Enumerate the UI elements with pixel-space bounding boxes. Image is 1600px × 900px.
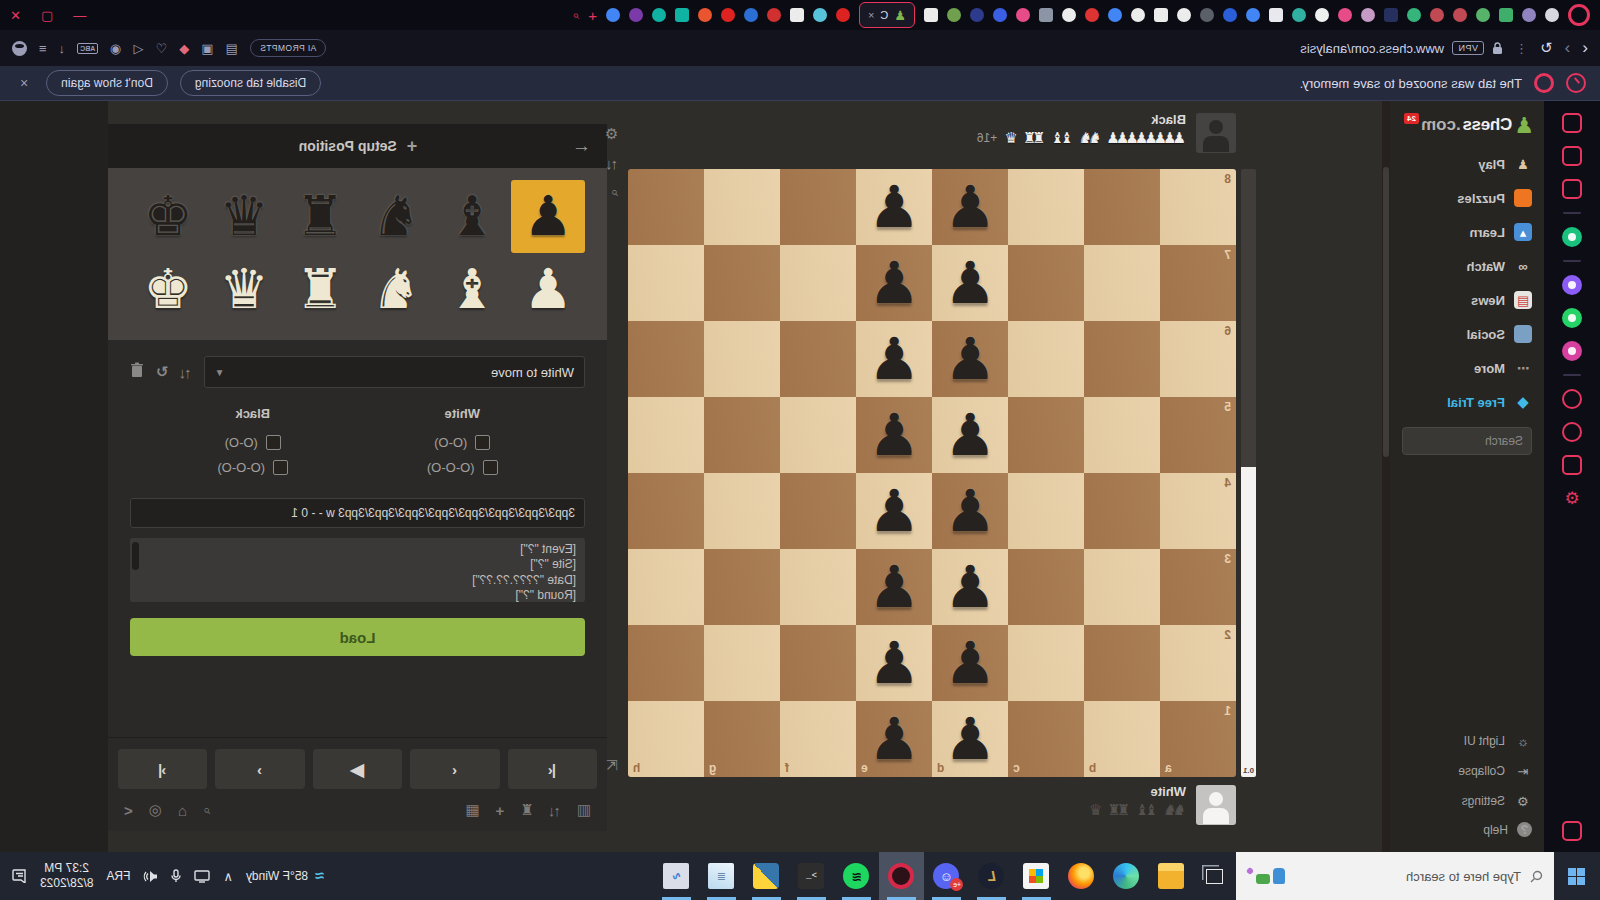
- tab-favicon[interactable]: [1246, 8, 1260, 22]
- taskbar-app-league-app[interactable]: L: [969, 852, 1014, 900]
- tab-favicon[interactable]: [1200, 8, 1214, 22]
- forward-button[interactable]: ›: [215, 749, 304, 789]
- tab-favicon[interactable]: [947, 8, 961, 22]
- free-trial-label: Free Trial: [1447, 395, 1505, 410]
- square-g4[interactable]: [704, 473, 780, 549]
- white-player-row: White ♞♞♝♝♜♜♛: [1084, 785, 1236, 825]
- weather-icon: ≈: [315, 867, 324, 885]
- reload-icon[interactable]: ↻: [1540, 39, 1553, 57]
- square-f1[interactable]: f: [780, 701, 856, 777]
- player-icon[interactable]: [1562, 389, 1582, 409]
- site-menu-icon[interactable]: ⋮: [1515, 41, 1528, 56]
- start-button[interactable]: [1554, 852, 1600, 900]
- square-f2[interactable]: [780, 625, 856, 701]
- back-icon[interactable]: ‹: [1582, 38, 1588, 58]
- eval-white-fill: [1241, 467, 1256, 777]
- white-queenside-checkbox[interactable]: [483, 460, 498, 475]
- gear-icon: ⚙: [1514, 792, 1532, 810]
- sidebar-item-label: Learn: [1470, 225, 1505, 240]
- palette-black-q[interactable]: ♛: [207, 180, 281, 253]
- chevron-down-icon: ▼: [215, 367, 225, 378]
- square-b1[interactable]: b: [1084, 701, 1160, 777]
- display-icon[interactable]: [194, 870, 210, 883]
- sidebar-footer-label: Collapse: [1458, 764, 1505, 778]
- swap-lines-icon[interactable]: ↑↓: [550, 802, 561, 819]
- black-pawn[interactable]: ♟: [944, 634, 996, 692]
- square-e5[interactable]: ♟: [856, 397, 932, 473]
- tray-time: 2:37 PM: [40, 861, 93, 876]
- rank-label: 4: [1224, 476, 1231, 490]
- taskbar-app-edge[interactable]: [1104, 852, 1149, 900]
- captured-knights: ♞♞: [1083, 129, 1102, 147]
- black-pawn[interactable]: ♟: [868, 254, 920, 312]
- ellipsis-icon: ⋯: [1514, 359, 1532, 377]
- square-d2[interactable]: ♟: [932, 625, 1008, 701]
- black-pawn[interactable]: ♟: [868, 634, 920, 692]
- square-h3[interactable]: [628, 549, 704, 625]
- square-g5[interactable]: [704, 397, 780, 473]
- twitch-icon[interactable]: [1562, 146, 1582, 166]
- black-pawn[interactable]: ♟: [868, 558, 920, 616]
- square-h5[interactable]: [628, 397, 704, 473]
- eye-icon[interactable]: ◉: [110, 41, 121, 56]
- tab-favicon[interactable]: [993, 8, 1007, 22]
- action-center-icon[interactable]: [12, 869, 27, 883]
- tab-favicon[interactable]: [1476, 8, 1490, 22]
- tab-favicon[interactable]: [1062, 8, 1076, 22]
- square-b6[interactable]: [1084, 321, 1160, 397]
- taskbar-app-file-explorer[interactable]: [1149, 852, 1194, 900]
- clock[interactable]: 2:37 PM 8/28/2023: [40, 861, 93, 891]
- file-label: d: [937, 761, 944, 775]
- openings-icon[interactable]: ⌂: [178, 802, 187, 819]
- square-a3[interactable]: 3: [1160, 549, 1236, 625]
- lock-icon: [1492, 42, 1503, 55]
- back-button[interactable]: ‹: [410, 749, 499, 789]
- edge-icon: [1114, 863, 1140, 889]
- black-pawn[interactable]: ♟: [944, 406, 996, 464]
- square-c4[interactable]: [1008, 473, 1084, 549]
- vpn-badge[interactable]: VPN: [1452, 41, 1484, 55]
- square-f5[interactable]: [780, 397, 856, 473]
- square-d3[interactable]: ♟: [932, 549, 1008, 625]
- chesscom-sidebar: ♟ Chess.com 24 ♟PlayPuzzles▴Learn∞Watch▤…: [1390, 101, 1544, 853]
- sidebar-setup-icon[interactable]: ≡: [39, 41, 47, 56]
- new-tab-icon[interactable]: +: [588, 7, 597, 24]
- square-b8[interactable]: [1084, 169, 1160, 245]
- black-pawn[interactable]: ♟: [944, 558, 996, 616]
- tab-favicon[interactable]: [629, 8, 643, 22]
- snapshot-icon[interactable]: [1562, 821, 1582, 841]
- tab-favicon[interactable]: [790, 8, 804, 22]
- discord-icon: ☺+e: [934, 863, 960, 889]
- sidebar-item-watch[interactable]: ∞Watch: [1390, 249, 1544, 283]
- back-arrow-icon[interactable]: ←: [572, 135, 591, 157]
- square-c5[interactable]: [1008, 397, 1084, 473]
- share-icon[interactable]: <: [124, 802, 133, 819]
- shield-icon[interactable]: ◆: [179, 41, 189, 56]
- task-view-button[interactable]: [1194, 852, 1236, 900]
- flip-board-icon[interactable]: ↑↓: [605, 155, 618, 172]
- fen-input[interactable]: 3pp3/3pp3/3pp3/3pp3/3pp3/3pp3/3pp3/3pp3 …: [130, 498, 585, 528]
- aria-icon[interactable]: [1562, 179, 1582, 199]
- plus-icon[interactable]: +: [407, 136, 418, 157]
- tab-favicon[interactable]: [836, 8, 850, 22]
- send-icon[interactable]: ◁: [134, 41, 144, 56]
- square-d5[interactable]: ♟: [932, 397, 1008, 473]
- tab-favicon[interactable]: [813, 8, 827, 22]
- opera-menu-icon[interactable]: [1568, 4, 1590, 26]
- grad-cap-icon: ▴: [1514, 223, 1532, 241]
- file-label: b: [1089, 761, 1096, 775]
- taskbar-app-system-monitor[interactable]: ∿: [654, 852, 699, 900]
- square-d4[interactable]: ♟: [932, 473, 1008, 549]
- palette-white-b[interactable]: ♝: [435, 253, 509, 326]
- square-c1[interactable]: c: [1008, 701, 1084, 777]
- sidebar-item-learn[interactable]: ▴Learn: [1390, 215, 1544, 249]
- file-explorer-icon: [1159, 863, 1185, 889]
- taskbar-app-terminal[interactable]: >_: [789, 852, 834, 900]
- palette-black-r[interactable]: ♜: [283, 180, 357, 253]
- tab-favicon[interactable]: [1453, 8, 1467, 22]
- search-daily-graphic: [1247, 868, 1285, 884]
- white-avatar[interactable]: [1196, 785, 1236, 825]
- tab-favicon[interactable]: [924, 8, 938, 22]
- square-b4[interactable]: [1084, 473, 1160, 549]
- history-icon[interactable]: [1562, 422, 1582, 442]
- sidebar-item-social[interactable]: Social: [1390, 317, 1544, 351]
- square-c2[interactable]: [1008, 625, 1084, 701]
- download-icon[interactable]: ↓: [59, 41, 66, 56]
- palette-piece-glyph: ♟: [523, 189, 572, 244]
- tab-favicon[interactable]: [606, 8, 620, 22]
- weather-widget[interactable]: ≈ 85°F Windy: [246, 867, 324, 885]
- white-kingside-label: (O-O): [434, 435, 467, 450]
- tab-favicon[interactable]: [721, 8, 735, 22]
- square-b5[interactable]: [1084, 397, 1160, 473]
- load-button[interactable]: Load: [130, 618, 585, 656]
- gx-corner-icon[interactable]: [1562, 113, 1582, 133]
- square-a6[interactable]: 6: [1160, 321, 1236, 397]
- camera-icon[interactable]: ▣: [201, 41, 213, 56]
- taskbar-app-spotify[interactable]: ≋: [834, 852, 879, 900]
- square-h2[interactable]: [628, 625, 704, 701]
- square-a8[interactable]: 8: [1160, 169, 1236, 245]
- minimize-icon[interactable]: —: [73, 8, 86, 23]
- black-pawn[interactable]: ♟: [944, 330, 996, 388]
- magnifier-icon[interactable]: ⌕: [203, 802, 210, 818]
- puzzle-icon: [1514, 189, 1532, 207]
- heart-icon[interactable]: ♡: [156, 41, 168, 56]
- square-e3[interactable]: ♟: [856, 549, 932, 625]
- tab-favicon[interactable]: [1315, 8, 1329, 22]
- settings-icon[interactable]: ⚙: [1562, 488, 1582, 508]
- active-tab[interactable]: ♟ C ×: [859, 2, 915, 28]
- pgn-scrollbar[interactable]: [132, 542, 139, 570]
- turn-select[interactable]: White to move ▼: [204, 356, 585, 388]
- square-c6[interactable]: [1008, 321, 1084, 397]
- black-pawn[interactable]: ♟: [944, 254, 996, 312]
- tab-favicon[interactable]: [1154, 8, 1168, 22]
- square-e2[interactable]: ♟: [856, 625, 932, 701]
- black-avatar[interactable]: [1196, 113, 1236, 153]
- instagram-icon[interactable]: [1562, 341, 1582, 361]
- messenger-icon[interactable]: [1562, 275, 1582, 295]
- people-icon: [1514, 325, 1532, 343]
- square-c3[interactable]: [1008, 549, 1084, 625]
- snooze-notification-bar: The tab was snoozed to save memory. Disa…: [0, 66, 1600, 101]
- palette-piece-glyph: ♝: [447, 189, 496, 244]
- spotify-icon: ≋: [844, 863, 870, 889]
- tab-favicon[interactable]: [1407, 8, 1421, 22]
- square-d8[interactable]: ♟: [932, 169, 1008, 245]
- sidebar-footer-settings[interactable]: ⚙Settings: [1390, 786, 1544, 816]
- eval-score: 0.1: [1241, 766, 1256, 775]
- tab-favicon[interactable]: [698, 8, 712, 22]
- file-label: f: [785, 761, 789, 775]
- extensions-icon[interactable]: [1562, 455, 1582, 475]
- microphone-icon[interactable]: [171, 869, 181, 883]
- taskbar-search[interactable]: Type here to search: [1236, 852, 1554, 900]
- square-g3[interactable]: [704, 549, 780, 625]
- league-app-icon: L: [979, 863, 1005, 889]
- rail-divider: [1563, 260, 1581, 262]
- sidebar-footer-collapse[interactable]: ⇤Collapse: [1390, 756, 1544, 786]
- zoom-icon[interactable]: ⌕: [605, 184, 618, 200]
- evaluation-bar: 0.1: [1241, 169, 1256, 777]
- square-a1[interactable]: 1a: [1160, 701, 1236, 777]
- palette-white-n[interactable]: ♞: [359, 253, 433, 326]
- tab-favicon[interactable]: [970, 8, 984, 22]
- square-b7[interactable]: [1084, 245, 1160, 321]
- square-a2[interactable]: 2: [1160, 625, 1236, 701]
- square-f7[interactable]: [780, 245, 856, 321]
- tab-favicon[interactable]: [1430, 8, 1444, 22]
- sidebar-footer-light-ui[interactable]: ☼Light UI: [1390, 726, 1544, 756]
- tab-favicon[interactable]: [1338, 8, 1352, 22]
- system-tray: ≈ 85°F Windy ∧ FRA 2:37 PM 8/28/2023: [0, 852, 324, 900]
- square-e1[interactable]: e♟: [856, 701, 932, 777]
- board-tools: ⚙ ↑↓ ⌕: [605, 125, 618, 200]
- square-f6[interactable]: [780, 321, 856, 397]
- square-d7[interactable]: ♟: [932, 245, 1008, 321]
- close-icon[interactable]: ✕: [10, 8, 21, 23]
- captured-knights: ♞♞: [1167, 801, 1186, 819]
- square-h8[interactable]: [628, 169, 704, 245]
- tab-search-icon[interactable]: ⌕: [572, 8, 579, 22]
- language-indicator[interactable]: FRA: [106, 869, 130, 883]
- rook-icon[interactable]: ♜: [520, 801, 533, 819]
- url-box[interactable]: VPN www.chess.com/analysis: [1300, 41, 1503, 56]
- captured-queens: ♛: [1093, 801, 1102, 819]
- forward-icon[interactable]: ›: [1565, 38, 1571, 58]
- palette-black-b[interactable]: ♝: [435, 180, 509, 253]
- square-f8[interactable]: [780, 169, 856, 245]
- tab-favicon[interactable]: [1499, 8, 1513, 22]
- piece-palette: ♟♝♞♜♛♚ ♟♝♞♜♛♚: [108, 168, 607, 340]
- square-b3[interactable]: [1084, 549, 1160, 625]
- disable-snoozing-button[interactable]: Disable tab snoozing: [180, 70, 321, 96]
- turn-controls: White to move ▼ ↑↓ ↻: [130, 356, 585, 388]
- tab-favicon[interactable]: [767, 8, 781, 22]
- captured-bishops: ♝♝: [1139, 801, 1158, 819]
- tab-favicon[interactable]: [1108, 8, 1122, 22]
- dont-show-again-button[interactable]: Don't show again: [46, 70, 168, 96]
- question-icon: ?: [1517, 822, 1532, 837]
- square-c8[interactable]: [1008, 169, 1084, 245]
- black-pawn[interactable]: ♟: [944, 710, 996, 768]
- black-pawn[interactable]: ♟: [868, 482, 920, 540]
- palette-black-k[interactable]: ♚: [131, 180, 205, 253]
- square-b2[interactable]: [1084, 625, 1160, 701]
- panel-footer-icons: ▥ ↑↓ ♜ + ▦ ⌕ ⌂ ◎ <: [108, 797, 607, 831]
- palette-black-p[interactable]: ♟: [511, 180, 585, 253]
- tab-favicon[interactable]: [1269, 8, 1283, 22]
- square-e4[interactable]: ♟: [856, 473, 932, 549]
- sidebar-item-free-trial[interactable]: ◆ Free Trial: [1390, 385, 1544, 419]
- chesscom-logo[interactable]: ♟ Chess.com 24: [1390, 113, 1544, 147]
- square-e8[interactable]: ♟: [856, 169, 932, 245]
- tab-favicon[interactable]: [675, 8, 689, 22]
- panels-icon[interactable]: ▤: [226, 41, 238, 56]
- tab-favicon[interactable]: [1361, 8, 1375, 22]
- tab-favicon[interactable]: [1223, 8, 1237, 22]
- go-end-button[interactable]: ›|: [118, 749, 207, 789]
- rail-divider: [1563, 374, 1581, 376]
- palette-piece-glyph: ♚: [143, 189, 192, 244]
- tab-favicons-right: [606, 8, 850, 22]
- tab-favicon[interactable]: [1016, 8, 1030, 22]
- tab-favicon[interactable]: [1545, 8, 1559, 22]
- square-f4[interactable]: [780, 473, 856, 549]
- board-overlay-icon[interactable]: ▦: [465, 801, 479, 819]
- taskbar-app-ms-store[interactable]: [1014, 852, 1059, 900]
- add-icon[interactable]: +: [496, 802, 505, 819]
- black-pawn[interactable]: ♟: [868, 330, 920, 388]
- square-f3[interactable]: [780, 549, 856, 625]
- ai-prompts-button[interactable]: AI PROMPTS: [250, 39, 326, 57]
- square-g6[interactable]: [704, 321, 780, 397]
- tab-favicon[interactable]: [1384, 8, 1398, 22]
- square-h4[interactable]: [628, 473, 704, 549]
- palette-piece-glyph: ♞: [371, 189, 420, 244]
- hidden-icons-chevron[interactable]: ∧: [223, 869, 233, 884]
- square-e6[interactable]: ♟: [856, 321, 932, 397]
- chatgpt-icon[interactable]: [1562, 227, 1582, 247]
- palette-white-p[interactable]: ♟: [511, 253, 585, 326]
- opera-icon: [1534, 73, 1554, 93]
- palette-white-k[interactable]: ♚: [131, 253, 205, 326]
- square-a5[interactable]: 5: [1160, 397, 1236, 473]
- chart-icon[interactable]: ▥: [577, 801, 591, 819]
- abc-icon[interactable]: ABC: [77, 43, 98, 54]
- black-captured-pieces: ♟♟♟♟♟♟♟♟♞♞♝♝♜♜♛+16: [977, 130, 1186, 146]
- square-g8[interactable]: [704, 169, 780, 245]
- black-kingside-checkbox[interactable]: [266, 435, 281, 450]
- sidebar-item-more[interactable]: ⋯More: [1390, 351, 1544, 385]
- black-pawn[interactable]: ♟: [868, 178, 920, 236]
- expand-icon[interactable]: ⇱: [606, 757, 618, 773]
- reset-icon[interactable]: ↻: [156, 363, 169, 381]
- square-d6[interactable]: ♟: [932, 321, 1008, 397]
- white-kingside-checkbox[interactable]: [475, 435, 490, 450]
- tab-favicon[interactable]: [652, 8, 666, 22]
- taskbar-app-firefox[interactable]: [1059, 852, 1104, 900]
- sidebar-item-play[interactable]: ♟Play: [1390, 147, 1544, 181]
- square-g2[interactable]: [704, 625, 780, 701]
- search-input[interactable]: Search: [1402, 427, 1532, 455]
- sidebar-item-news[interactable]: ▤News: [1390, 283, 1544, 317]
- play-button[interactable]: ▶: [313, 749, 402, 789]
- tab-favicon[interactable]: [1177, 8, 1191, 22]
- sidebar-scrollbar[interactable]: [1382, 101, 1390, 853]
- taskbar-app-python[interactable]: [744, 852, 789, 900]
- notification-badge: 24: [1404, 113, 1419, 124]
- chesscom-favicon: ♟: [894, 8, 906, 23]
- tab-close-icon[interactable]: ×: [868, 9, 874, 21]
- disc-icon[interactable]: ◎: [149, 801, 162, 819]
- black-pawn[interactable]: ♟: [944, 178, 996, 236]
- profile-avatar[interactable]: [12, 41, 27, 56]
- palette-piece-glyph: ♜: [295, 189, 344, 244]
- sidebar-item-puzzles[interactable]: Puzzles: [1390, 181, 1544, 215]
- system-monitor-icon: ∿: [664, 863, 690, 889]
- square-a4[interactable]: 4: [1160, 473, 1236, 549]
- settings-gear-icon[interactable]: ⚙: [605, 125, 618, 143]
- black-pawn[interactable]: ♟: [944, 482, 996, 540]
- notification-close-icon[interactable]: ×: [20, 75, 28, 91]
- tab-favicon[interactable]: [1085, 8, 1099, 22]
- square-h1[interactable]: h: [628, 701, 704, 777]
- go-start-button[interactable]: |‹: [508, 749, 597, 789]
- analysis-board-zone: Black ♟♟♟♟♟♟♟♟♞♞♝♝♜♜♛+16 0.1 8♟♟7♟♟6♟♟5♟…: [607, 101, 1382, 853]
- file-label: c: [1013, 761, 1020, 775]
- palette-white-r[interactable]: ♜: [283, 253, 357, 326]
- square-d1[interactable]: d♟: [932, 701, 1008, 777]
- palette-white-q[interactable]: ♛: [207, 253, 281, 326]
- swap-colors-icon[interactable]: ↑↓: [181, 364, 192, 381]
- black-kingside-label: (O-O): [225, 435, 258, 450]
- material-advantage: +16: [977, 131, 997, 145]
- taskbar-app-discord[interactable]: ☺+e: [924, 852, 969, 900]
- panel-title: Setup Position: [299, 138, 397, 154]
- sidebar-footer-help[interactable]: ?Help: [1390, 816, 1544, 843]
- square-c7[interactable]: [1008, 245, 1084, 321]
- square-g1[interactable]: g: [704, 701, 780, 777]
- trash-icon[interactable]: [130, 362, 144, 382]
- taskbar-app-opera-gx[interactable]: [879, 852, 924, 900]
- pgn-textarea[interactable]: [Event "?"] [Site "?"] [Date "????.??.??…: [130, 538, 585, 602]
- tab-favicon[interactable]: [1039, 8, 1053, 22]
- tab-favicon[interactable]: [1522, 8, 1536, 22]
- square-e7[interactable]: ♟: [856, 245, 932, 321]
- whatsapp-icon[interactable]: [1562, 308, 1582, 328]
- black-pawn[interactable]: ♟: [868, 710, 920, 768]
- tab-favicon[interactable]: [744, 8, 758, 22]
- square-h7[interactable]: [628, 245, 704, 321]
- palette-black-n[interactable]: ♞: [359, 180, 433, 253]
- tab-favicon[interactable]: [1131, 8, 1145, 22]
- tab-favicon[interactable]: [1292, 8, 1306, 22]
- square-h6[interactable]: [628, 321, 704, 397]
- black-queenside-checkbox[interactable]: [273, 460, 288, 475]
- black-pawn[interactable]: ♟: [868, 406, 920, 464]
- speaker-icon[interactable]: [143, 870, 158, 883]
- square-g7[interactable]: [704, 245, 780, 321]
- square-a7[interactable]: 7: [1160, 245, 1236, 321]
- maximize-icon[interactable]: ▢: [41, 8, 53, 23]
- taskbar-app-notepad[interactable]: ≣: [699, 852, 744, 900]
